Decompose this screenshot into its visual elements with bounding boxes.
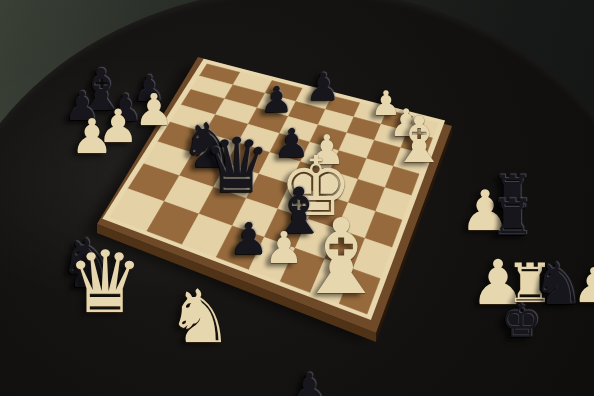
photo-scene: ♟♟♟♟♝♞♛♟♟♚♝♝♟♟♝♟♟♟♟♟♟♞♛♞♟♟♜♜♟♜♞♚♟ (0, 0, 594, 396)
piece-white-pawn-e1: ♟ (264, 226, 303, 270)
piece-white-bishop-g1: ♝ (294, 205, 387, 309)
piece-white-pawn-right-edge: ♟ (572, 261, 594, 309)
piece-white-pawn-left-tray: ♟ (70, 112, 113, 160)
piece-black-pawn-d1: ♟ (229, 217, 268, 261)
piece-black-rook-right-upper: ♜ (490, 193, 535, 243)
piece-white-queen-bottom-left: ♛ (66, 239, 143, 325)
piece-black-pawn-c6: ♟ (261, 82, 293, 118)
piece-black-king-right-lower: ♚ (500, 298, 541, 344)
piece-white-knight-bottom-center: ♞ (167, 279, 233, 353)
piece-black-pawn-e8: ♟ (306, 68, 340, 106)
piece-white-bishop-h6: ♝ (390, 108, 447, 172)
pieces-layer: ♟♟♟♟♝♞♛♟♟♚♝♝♟♟♝♟♟♟♟♟♟♞♛♞♟♟♜♜♟♜♞♚♟ (0, 0, 594, 396)
piece-black-pawn-bottom-center: ♟ (290, 368, 328, 396)
piece-white-pawn-left-tray: ♟ (134, 88, 173, 132)
piece-black-queen-c3: ♛ (203, 128, 271, 204)
